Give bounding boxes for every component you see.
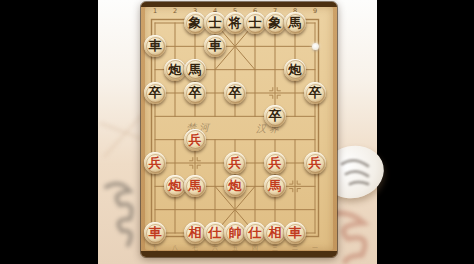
- piece-black-elephant[interactable]: 象: [264, 12, 286, 34]
- file-label-top: 9: [308, 7, 322, 15]
- piece-black-cannon[interactable]: 炮: [164, 59, 186, 81]
- piece-black-horse[interactable]: 馬: [184, 59, 206, 81]
- piece-red-soldier[interactable]: 兵: [184, 129, 206, 151]
- piece-black-soldier[interactable]: 卒: [304, 82, 326, 104]
- piece-black-elephant[interactable]: 象: [184, 12, 206, 34]
- piece-red-elephant[interactable]: 相: [184, 222, 206, 244]
- piece-black-horse[interactable]: 馬: [284, 12, 306, 34]
- file-label-top: 1: [148, 7, 162, 15]
- piece-red-chariot[interactable]: 車: [284, 222, 306, 244]
- piece-red-soldier[interactable]: 兵: [144, 152, 166, 174]
- piece-black-general[interactable]: 将: [224, 12, 246, 34]
- piece-black-cannon[interactable]: 炮: [284, 59, 306, 81]
- xiangqi-board[interactable]: 123456789九八七六五四三二一 楚河 汉界 象士将士象馬車車炮馬炮卒卒卒卒…: [141, 2, 337, 257]
- piece-red-soldier[interactable]: 兵: [264, 152, 286, 174]
- screenshot-stage: 123456789九八七六五四三二一 楚河 汉界 象士将士象馬車車炮馬炮卒卒卒卒…: [0, 0, 474, 264]
- piece-black-advisor[interactable]: 士: [204, 12, 226, 34]
- board-frame-bottom-band: [141, 251, 337, 257]
- board-grid: [141, 2, 337, 257]
- piece-red-soldier[interactable]: 兵: [304, 152, 326, 174]
- piece-black-advisor[interactable]: 士: [244, 12, 266, 34]
- file-label-top: 2: [168, 7, 182, 15]
- piece-red-soldier[interactable]: 兵: [224, 152, 246, 174]
- piece-black-soldier[interactable]: 卒: [144, 82, 166, 104]
- piece-red-advisor[interactable]: 仕: [244, 222, 266, 244]
- piece-red-elephant[interactable]: 相: [264, 222, 286, 244]
- last-move-origin-marker: [312, 43, 319, 50]
- app-background: 123456789九八七六五四三二一 楚河 汉界 象士将士象馬車車炮馬炮卒卒卒卒…: [98, 0, 377, 264]
- background-photo-piece-engraving: [336, 154, 378, 192]
- piece-black-soldier[interactable]: 卒: [224, 82, 246, 104]
- piece-red-general[interactable]: 帥: [224, 222, 246, 244]
- piece-red-advisor[interactable]: 仕: [204, 222, 226, 244]
- piece-red-chariot[interactable]: 車: [144, 222, 166, 244]
- background-calligraphy-left: [98, 105, 144, 255]
- piece-black-soldier[interactable]: 卒: [184, 82, 206, 104]
